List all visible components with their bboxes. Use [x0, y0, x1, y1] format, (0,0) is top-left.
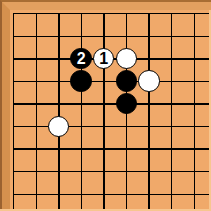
stones-grid[interactable]: 21 [2, 2, 211, 211]
stone-white[interactable] [48, 116, 69, 137]
stone-black[interactable] [116, 70, 137, 91]
stone-white[interactable] [138, 70, 159, 91]
stone-white[interactable] [116, 48, 137, 69]
stone-black[interactable] [116, 93, 137, 114]
stone-black[interactable] [70, 70, 91, 91]
stone-black-2[interactable]: 2 [70, 48, 91, 69]
go-board[interactable]: 21 [0, 0, 211, 211]
stone-white-1[interactable]: 1 [93, 48, 114, 69]
